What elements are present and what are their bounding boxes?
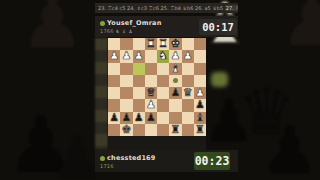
black-player-name[interactable]: chessted169 [107, 154, 156, 162]
square-c3[interactable]: ♝ [169, 63, 181, 75]
black-r-piece: ♜ [169, 124, 181, 136]
black-r-piece: ♜ [194, 124, 206, 136]
square-g5[interactable] [120, 87, 132, 99]
white-r-piece: ♜ [145, 38, 157, 50]
square-g3[interactable] [120, 63, 132, 75]
square-f6[interactable] [133, 99, 145, 111]
square-h6[interactable] [108, 99, 120, 111]
square-a6[interactable]: ♟ [194, 99, 206, 111]
square-g7[interactable]: ♟ [120, 112, 132, 124]
move-list-strip[interactable]: 23. ♖c4 c5 24. ♗c3 ♖c6 25. ♖b4 ♕b6 26. a… [95, 3, 238, 13]
square-h5[interactable] [108, 87, 120, 99]
black-p-piece: ♟ [169, 87, 181, 99]
square-e1[interactable]: ♜ [145, 38, 157, 50]
square-d4[interactable] [157, 75, 169, 87]
square-g8[interactable]: ♚ [120, 124, 132, 136]
square-b5[interactable]: ♛ [182, 87, 194, 99]
square-c5[interactable]: ♟ [169, 87, 181, 99]
black-b-piece: ♝ [194, 112, 206, 124]
white-p-piece: ♟ [145, 99, 157, 111]
square-f5[interactable] [133, 87, 145, 99]
square-e3[interactable] [145, 63, 157, 75]
square-d7[interactable] [157, 112, 169, 124]
black-p-piece: ♟ [194, 99, 206, 111]
square-d3[interactable] [157, 63, 169, 75]
white-p-piece: ♟ [108, 50, 120, 62]
black-player-line: chessted169 [100, 154, 156, 162]
square-f2[interactable]: ♟ [133, 50, 145, 62]
white-player-rating: 1766 [100, 28, 114, 34]
chess-board[interactable]: ♜♜♚♟♟♟♞♟♟♝♛♟♛♟♟♟♟♟♟♟♝♚♜♜ [108, 38, 206, 136]
square-h2[interactable]: ♟ [108, 50, 120, 62]
black-p-piece: ♟ [133, 112, 145, 124]
square-h4[interactable] [108, 75, 120, 87]
screenshot-root: ♟♟♝♟♛♟♟♟ 23. ♖c4 c5 24. ♗c3 ♖c6 25. ♖b4 … [0, 0, 320, 180]
black-q-piece: ♛ [182, 87, 194, 99]
square-e7[interactable]: ♟ [145, 112, 157, 124]
white-n-piece: ♞ [157, 50, 169, 62]
black-player-bar: chessted169 1716 00:23 [95, 150, 238, 172]
white-player-name[interactable]: Yousef_Omran [107, 19, 161, 27]
square-f3[interactable] [133, 63, 145, 75]
background-piece-icon: ♟ [280, 0, 320, 56]
black-player-rating: 1716 [100, 163, 114, 169]
captured-pieces-icons: ♞ ♝ ♟ [115, 28, 133, 34]
square-a1[interactable] [194, 38, 206, 50]
square-a8[interactable]: ♜ [194, 124, 206, 136]
square-c2[interactable]: ♟ [169, 50, 181, 62]
background-piece-icon: ♟ [260, 118, 319, 180]
white-p-piece: ♟ [169, 50, 181, 62]
white-player-bar: Yousef_Omran 1766 ♞ ♝ ♟ 00:17 [95, 16, 238, 37]
white-player-line: Yousef_Omran [100, 19, 161, 27]
online-indicator-icon [100, 21, 105, 26]
black-clock: 00:23 [194, 152, 230, 170]
move-list-text: 23. ♖c4 c5 24. ♗c3 ♖c6 25. ♖b4 ♕b6 26. a… [98, 5, 223, 11]
square-b3[interactable] [182, 63, 194, 75]
square-a2[interactable] [194, 50, 206, 62]
square-a3[interactable] [194, 63, 206, 75]
square-h8[interactable] [108, 124, 120, 136]
square-g4[interactable] [120, 75, 132, 87]
square-f7[interactable]: ♟ [133, 112, 145, 124]
square-d6[interactable] [157, 99, 169, 111]
white-p-piece: ♟ [182, 50, 194, 62]
white-p-piece: ♟ [133, 50, 145, 62]
square-e8[interactable] [145, 124, 157, 136]
black-p-piece: ♟ [120, 112, 132, 124]
square-f8[interactable] [133, 124, 145, 136]
square-h3[interactable] [108, 63, 120, 75]
background-piece-icon: ♟ [20, 0, 85, 58]
square-d8[interactable] [157, 124, 169, 136]
square-c8[interactable]: ♜ [169, 124, 181, 136]
current-move: 27. ♘d2 [225, 5, 238, 11]
square-c7[interactable] [169, 112, 181, 124]
online-indicator-icon [100, 156, 105, 161]
black-p-piece: ♟ [145, 112, 157, 124]
black-p-piece: ♟ [108, 112, 120, 124]
white-clock: 00:17 [199, 19, 237, 35]
square-f4[interactable] [133, 75, 145, 87]
app-column: 23. ♖c4 c5 24. ♗c3 ♖c6 25. ♖b4 ♕b6 26. a… [95, 0, 238, 180]
square-e6[interactable]: ♟ [145, 99, 157, 111]
square-e2[interactable] [145, 50, 157, 62]
square-h7[interactable]: ♟ [108, 112, 120, 124]
square-a7[interactable]: ♝ [194, 112, 206, 124]
white-b-piece: ♝ [169, 63, 181, 75]
square-b2[interactable]: ♟ [182, 50, 194, 62]
square-g2[interactable]: ♟ [120, 50, 132, 62]
square-d2[interactable]: ♞ [157, 50, 169, 62]
square-d5[interactable] [157, 87, 169, 99]
white-player-subline: 1766 ♞ ♝ ♟ [100, 28, 133, 34]
square-b8[interactable] [182, 124, 194, 136]
square-b7[interactable] [182, 112, 194, 124]
square-g6[interactable] [120, 99, 132, 111]
square-c6[interactable] [169, 99, 181, 111]
black-k-piece: ♚ [120, 124, 132, 136]
white-p-piece: ♟ [120, 50, 132, 62]
square-b6[interactable] [182, 99, 194, 111]
